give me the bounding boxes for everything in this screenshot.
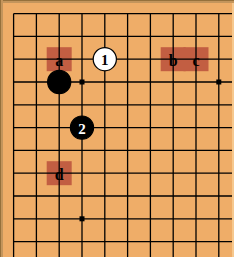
black-stone [48, 70, 71, 93]
marker-letter-a: a [55, 52, 63, 69]
image-edge-highlight [232, 0, 234, 257]
marker-letter-c: c [192, 52, 199, 69]
go-diagram[interactable]: abcd12 [0, 0, 234, 257]
board-frame-top [0, 0, 234, 3]
marker-letter-d: d [55, 166, 64, 183]
stone-number-1: 1 [101, 52, 109, 68]
hoshi-dot [216, 80, 221, 85]
marker-letter-b: b [169, 52, 178, 69]
board-frame-left [0, 0, 3, 257]
hoshi-dot [80, 80, 85, 85]
go-board: abcd12 [0, 0, 234, 257]
hoshi-dot [80, 216, 85, 221]
stone-number-2: 2 [78, 121, 86, 137]
